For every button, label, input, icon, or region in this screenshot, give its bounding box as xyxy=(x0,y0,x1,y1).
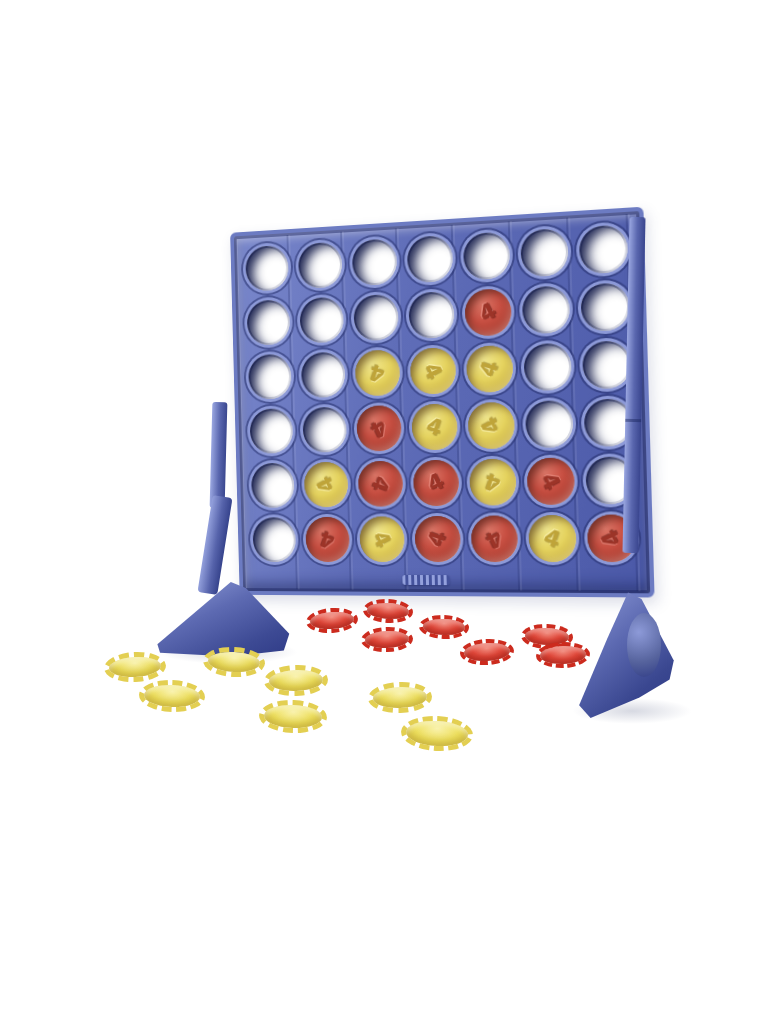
cell-c3r1[interactable] xyxy=(348,234,401,289)
cell-c3r4[interactable]: 4 xyxy=(352,401,406,455)
cell-c1r5[interactable] xyxy=(247,459,298,511)
cell-c4r3[interactable]: 4 xyxy=(406,343,461,398)
red-disc[interactable]: 4 xyxy=(356,405,402,452)
embossed-4-glyph: 4 xyxy=(317,527,337,552)
embossed-4-glyph: 4 xyxy=(368,415,391,441)
hole: 4 xyxy=(464,288,511,337)
cell-c5r2[interactable]: 4 xyxy=(460,284,516,340)
yellow-disc[interactable]: 4 xyxy=(411,403,458,450)
cell-c2r4[interactable] xyxy=(298,403,350,456)
red-loose-disc[interactable] xyxy=(361,626,414,653)
hole: 4 xyxy=(471,516,519,563)
hole xyxy=(248,354,292,400)
hole xyxy=(251,463,295,508)
hole xyxy=(301,351,346,398)
hole: 4 xyxy=(359,517,405,563)
red-disc[interactable]: 4 xyxy=(358,461,404,507)
board-grid: 444444444444444444 xyxy=(241,220,641,566)
hole xyxy=(302,407,347,453)
cell-c3r2[interactable] xyxy=(349,290,402,345)
red-loose-disc[interactable] xyxy=(459,638,514,667)
cell-c2r6[interactable]: 4 xyxy=(301,514,353,566)
cell-c1r4[interactable] xyxy=(246,405,297,458)
hole xyxy=(463,231,510,280)
hole xyxy=(298,241,343,288)
cell-c7r1[interactable] xyxy=(574,220,632,278)
embossed-4-glyph: 4 xyxy=(368,473,393,494)
red-disc[interactable]: 4 xyxy=(471,516,519,563)
hole: 4 xyxy=(528,515,577,562)
embossed-4-glyph: 4 xyxy=(482,469,504,495)
hole xyxy=(520,227,568,277)
red-disc[interactable]: 4 xyxy=(464,288,511,337)
embossed-4-glyph: 4 xyxy=(425,529,450,551)
hole: 4 xyxy=(527,458,576,506)
cell-c4r2[interactable] xyxy=(404,287,459,343)
hole xyxy=(245,244,289,291)
yellow-disc[interactable]: 4 xyxy=(466,345,514,393)
cell-c7r2[interactable] xyxy=(576,278,634,335)
hole xyxy=(579,224,629,274)
connect-four-board: 444444444444444444 xyxy=(230,207,654,598)
red-loose-disc[interactable] xyxy=(362,598,413,625)
cell-c4r5[interactable]: 4 xyxy=(409,456,464,510)
hole xyxy=(249,408,293,454)
cell-c6r1[interactable] xyxy=(516,224,573,281)
hole xyxy=(407,234,453,282)
embossed-4-glyph: 4 xyxy=(424,414,445,440)
hole xyxy=(247,299,291,345)
yellow-disc[interactable]: 4 xyxy=(355,349,401,396)
yellow-loose-disc[interactable] xyxy=(138,679,205,713)
yellow-disc[interactable]: 4 xyxy=(410,347,457,395)
yellow-disc[interactable]: 4 xyxy=(528,515,577,562)
cell-c4r4[interactable]: 4 xyxy=(407,400,462,454)
hole: 4 xyxy=(468,402,516,450)
disc-release-slider[interactable] xyxy=(402,575,449,585)
red-disc[interactable]: 4 xyxy=(305,517,350,562)
cell-c2r1[interactable] xyxy=(294,237,346,292)
hole: 4 xyxy=(466,345,514,393)
hole: 4 xyxy=(356,405,402,452)
yellow-disc[interactable]: 4 xyxy=(359,517,405,563)
red-loose-disc[interactable] xyxy=(536,641,591,669)
embossed-4-glyph: 4 xyxy=(367,360,388,385)
cell-c5r5[interactable]: 4 xyxy=(465,455,521,510)
yellow-loose-disc[interactable] xyxy=(103,650,166,683)
embossed-4-glyph: 4 xyxy=(537,470,564,494)
hole xyxy=(252,518,296,563)
cell-c6r4[interactable] xyxy=(521,396,578,452)
red-disc[interactable]: 4 xyxy=(414,516,461,562)
embossed-4-glyph: 4 xyxy=(477,358,503,380)
hole xyxy=(353,294,399,341)
embossed-4-glyph: 4 xyxy=(424,470,447,496)
embossed-4-glyph: 4 xyxy=(369,528,395,551)
hole: 4 xyxy=(305,517,350,562)
hole: 4 xyxy=(411,403,458,450)
cell-c6r6[interactable]: 4 xyxy=(524,512,581,567)
cell-c5r4[interactable]: 4 xyxy=(463,398,519,453)
cell-c1r1[interactable] xyxy=(241,241,292,295)
red-loose-disc[interactable] xyxy=(305,606,359,635)
embossed-4-glyph: 4 xyxy=(478,414,505,438)
red-loose-disc[interactable] xyxy=(419,614,470,640)
embossed-4-glyph: 4 xyxy=(420,359,446,383)
cell-c4r6[interactable]: 4 xyxy=(410,513,465,566)
hole xyxy=(523,342,572,391)
yellow-loose-disc[interactable] xyxy=(400,714,474,753)
cell-c6r2[interactable] xyxy=(518,281,575,338)
hole xyxy=(522,285,571,334)
cell-c5r1[interactable] xyxy=(459,227,515,284)
cell-c3r3[interactable]: 4 xyxy=(351,346,404,400)
hole xyxy=(352,238,398,286)
yellow-disc[interactable]: 4 xyxy=(469,459,517,506)
red-disc[interactable]: 4 xyxy=(413,460,460,507)
cell-c5r6[interactable]: 4 xyxy=(467,512,523,566)
embossed-4-glyph: 4 xyxy=(314,473,339,496)
embossed-4-glyph: 4 xyxy=(541,526,563,552)
hole xyxy=(525,400,574,448)
right-leg-pivot-knob xyxy=(627,613,661,677)
hole: 4 xyxy=(355,349,401,396)
embossed-4-glyph: 4 xyxy=(598,527,626,551)
left-leg-lower xyxy=(197,495,232,595)
hole xyxy=(408,291,455,339)
yellow-loose-disc[interactable] xyxy=(367,680,432,713)
hole: 4 xyxy=(304,462,349,508)
red-disc[interactable]: 4 xyxy=(527,458,576,506)
hole: 4 xyxy=(358,461,404,507)
cell-c5r3[interactable]: 4 xyxy=(462,341,518,397)
cell-c3r5[interactable]: 4 xyxy=(354,457,408,510)
cell-c2r2[interactable] xyxy=(296,293,348,347)
cell-c6r5[interactable]: 4 xyxy=(522,454,579,509)
cell-c2r3[interactable] xyxy=(297,348,349,402)
hole xyxy=(580,282,630,332)
cell-c6r3[interactable] xyxy=(519,339,576,395)
hole: 4 xyxy=(410,347,457,395)
cell-c3r6[interactable]: 4 xyxy=(355,513,409,566)
yellow-disc[interactable]: 4 xyxy=(304,462,349,508)
hole: 4 xyxy=(414,516,461,562)
left-leg-post xyxy=(210,402,228,508)
hole xyxy=(582,340,632,389)
cell-c1r2[interactable] xyxy=(243,295,294,349)
cell-c1r6[interactable] xyxy=(249,514,300,566)
embossed-4-glyph: 4 xyxy=(483,526,507,553)
hole xyxy=(299,296,344,343)
cell-c1r3[interactable] xyxy=(244,350,295,403)
cell-c2r5[interactable]: 4 xyxy=(300,458,352,511)
hole: 4 xyxy=(469,459,517,506)
product-photo-scene: 444444444444444444 xyxy=(0,0,768,1024)
yellow-disc[interactable]: 4 xyxy=(468,402,516,450)
embossed-4-glyph: 4 xyxy=(476,299,500,326)
yellow-loose-disc[interactable] xyxy=(263,663,328,696)
hole: 4 xyxy=(413,460,460,507)
cell-c4r1[interactable] xyxy=(403,231,458,287)
yellow-loose-disc[interactable] xyxy=(258,698,327,733)
